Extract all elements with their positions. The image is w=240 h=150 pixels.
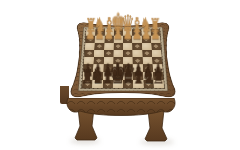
board-square	[94, 43, 104, 50]
board-square: ♟	[123, 36, 132, 43]
chess-board: ♜♞♝♚♛♝♞♜♟♟♟♟♟♟♟♟♟♟♟♟♟♟♟♟♜♞♝♚♛♝♞♜	[65, 20, 181, 101]
board-apron	[66, 98, 180, 144]
board-front-right-foot	[145, 110, 167, 141]
board-square	[104, 43, 114, 50]
chess-piece-black-rook: ♜	[152, 66, 165, 87]
board-square	[123, 43, 133, 50]
board-square	[113, 43, 123, 50]
board-square	[151, 43, 161, 50]
product-photo-stage: ♜♞♝♚♛♝♞♜♟♟♟♟♟♟♟♟♟♟♟♟♟♟♟♟♜♞♝♚♛♝♞♜	[0, 0, 240, 150]
board-grid: ♜♞♝♚♛♝♞♜♟♟♟♟♟♟♟♟♟♟♟♟♟♟♟♟♜♞♝♚♛♝♞♜	[81, 29, 164, 89]
board-square	[142, 43, 152, 50]
board-square: ♟	[114, 36, 123, 43]
board-square	[132, 43, 142, 50]
board-square: ♟	[151, 36, 161, 43]
board-square: ♜	[153, 80, 164, 88]
board-square	[85, 43, 95, 50]
chess-piece-white-pawn: ♟	[151, 25, 161, 42]
